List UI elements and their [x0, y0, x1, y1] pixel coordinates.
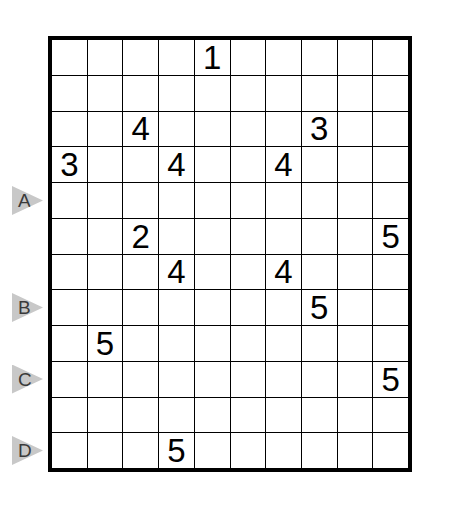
- clue-cell: 4: [123, 112, 158, 147]
- grid-cell[interactable]: [52, 219, 87, 254]
- row-marker-A: A: [12, 186, 43, 215]
- grid-cell[interactable]: [302, 326, 337, 361]
- grid-cell[interactable]: [373, 326, 408, 361]
- grid-cell[interactable]: [195, 112, 230, 147]
- grid-cell[interactable]: [373, 433, 408, 468]
- grid-cell[interactable]: [52, 112, 87, 147]
- grid-cell[interactable]: [231, 290, 266, 325]
- grid-cell[interactable]: [52, 433, 87, 468]
- grid-cell[interactable]: [338, 398, 373, 433]
- row-marker-label: D: [18, 441, 32, 460]
- grid-cell[interactable]: [302, 433, 337, 468]
- grid-cell[interactable]: [338, 76, 373, 111]
- grid-cell[interactable]: [123, 255, 158, 290]
- grid-cell[interactable]: [231, 362, 266, 397]
- grid-cell[interactable]: [302, 183, 337, 218]
- clue-cell: 5: [302, 290, 337, 325]
- grid-cell[interactable]: [123, 362, 158, 397]
- grid-cell[interactable]: [302, 255, 337, 290]
- grid-cell[interactable]: [88, 40, 123, 75]
- clue-cell: 5: [373, 219, 408, 254]
- clue-cell: 3: [302, 112, 337, 147]
- grid-cell[interactable]: [159, 219, 194, 254]
- grid-cell[interactable]: [195, 76, 230, 111]
- clue-cell: 4: [159, 147, 194, 182]
- grid-cell[interactable]: [52, 76, 87, 111]
- grid-cell[interactable]: [302, 398, 337, 433]
- grid-cell[interactable]: [231, 255, 266, 290]
- row-marker-label: C: [18, 370, 32, 389]
- grid-cell[interactable]: [373, 76, 408, 111]
- grid-cell[interactable]: [373, 255, 408, 290]
- grid-cell[interactable]: [88, 398, 123, 433]
- puzzle-page: 14334425445555 ABCD: [0, 0, 461, 511]
- grid-cell[interactable]: [123, 290, 158, 325]
- grid-cell[interactable]: [302, 147, 337, 182]
- clue-cell: 3: [52, 147, 87, 182]
- grid-cell[interactable]: [52, 40, 87, 75]
- grid-cell[interactable]: [231, 112, 266, 147]
- grid-cell[interactable]: [195, 147, 230, 182]
- grid-cell[interactable]: [159, 40, 194, 75]
- grid-cell[interactable]: [266, 433, 301, 468]
- clue-cell: 1: [195, 40, 230, 75]
- row-marker-label: B: [18, 298, 31, 317]
- grid-cell[interactable]: [159, 326, 194, 361]
- grid-cell[interactable]: [123, 183, 158, 218]
- grid-cell[interactable]: [195, 398, 230, 433]
- grid-cell[interactable]: [88, 362, 123, 397]
- grid-cell[interactable]: [373, 112, 408, 147]
- grid-cell[interactable]: [231, 219, 266, 254]
- grid-cell[interactable]: [52, 326, 87, 361]
- clue-cell: 4: [266, 147, 301, 182]
- grid-cell[interactable]: [88, 183, 123, 218]
- grid-cell[interactable]: [302, 219, 337, 254]
- grid-cell[interactable]: [159, 398, 194, 433]
- grid-cell[interactable]: [123, 40, 158, 75]
- grid-cell[interactable]: [338, 290, 373, 325]
- grid-cell[interactable]: [338, 219, 373, 254]
- grid-cell[interactable]: [373, 183, 408, 218]
- grid-cell[interactable]: [373, 40, 408, 75]
- grid-cell[interactable]: [231, 40, 266, 75]
- grid-cell[interactable]: [195, 290, 230, 325]
- grid-cell[interactable]: [338, 362, 373, 397]
- clue-cell: 5: [88, 326, 123, 361]
- grid-cell[interactable]: [373, 147, 408, 182]
- grid-cell[interactable]: [52, 255, 87, 290]
- grid-cell[interactable]: [266, 40, 301, 75]
- grid-cell[interactable]: [266, 290, 301, 325]
- grid-cell[interactable]: [52, 362, 87, 397]
- grid-cell[interactable]: [338, 183, 373, 218]
- grid-cell[interactable]: [195, 183, 230, 218]
- row-marker-label: A: [18, 191, 31, 210]
- grid-cell[interactable]: [195, 362, 230, 397]
- grid-cell[interactable]: [231, 76, 266, 111]
- grid-cell[interactable]: [52, 398, 87, 433]
- grid-cell[interactable]: [302, 40, 337, 75]
- grid-cell[interactable]: [159, 362, 194, 397]
- puzzle-grid: 14334425445555: [48, 36, 412, 472]
- grid-cell[interactable]: [52, 183, 87, 218]
- grid-cell[interactable]: [88, 433, 123, 468]
- grid-cell[interactable]: [266, 219, 301, 254]
- grid-cell[interactable]: [373, 290, 408, 325]
- grid-cell[interactable]: [88, 76, 123, 111]
- grid-cell[interactable]: [88, 112, 123, 147]
- grid-cell[interactable]: [231, 326, 266, 361]
- grid-cell[interactable]: [302, 362, 337, 397]
- grid-cell[interactable]: [266, 112, 301, 147]
- grid-cell[interactable]: [231, 433, 266, 468]
- grid-cell[interactable]: [338, 112, 373, 147]
- grid-cell[interactable]: [266, 326, 301, 361]
- clue-cell: 2: [123, 219, 158, 254]
- grid-cell[interactable]: [195, 433, 230, 468]
- grid-cell[interactable]: [302, 76, 337, 111]
- grid-cell[interactable]: [338, 433, 373, 468]
- grid-cell[interactable]: [159, 112, 194, 147]
- grid-cell[interactable]: [159, 290, 194, 325]
- grid-cell[interactable]: [231, 147, 266, 182]
- grid-cell[interactable]: [88, 147, 123, 182]
- grid-cell[interactable]: [338, 255, 373, 290]
- grid-cell[interactable]: [195, 326, 230, 361]
- grid-cell[interactable]: [231, 398, 266, 433]
- grid-cell[interactable]: [338, 147, 373, 182]
- grid-cell[interactable]: [373, 398, 408, 433]
- grid-cell[interactable]: [266, 398, 301, 433]
- grid-cell[interactable]: [123, 398, 158, 433]
- grid-cell[interactable]: [88, 219, 123, 254]
- grid-cell[interactable]: [338, 40, 373, 75]
- grid-cell[interactable]: [231, 183, 266, 218]
- grid-cell[interactable]: [159, 183, 194, 218]
- grid-cell[interactable]: [195, 219, 230, 254]
- grid-cell[interactable]: [338, 326, 373, 361]
- grid-cell[interactable]: [52, 290, 87, 325]
- grid-cell[interactable]: [266, 183, 301, 218]
- row-marker-D: D: [12, 436, 43, 465]
- grid-cell[interactable]: [266, 76, 301, 111]
- grid-cell[interactable]: [195, 255, 230, 290]
- grid-cell[interactable]: [123, 326, 158, 361]
- clue-cell: 4: [266, 255, 301, 290]
- grid-cell[interactable]: [123, 147, 158, 182]
- grid-cell[interactable]: [123, 76, 158, 111]
- clue-cell: 5: [159, 433, 194, 468]
- grid-cell[interactable]: [123, 433, 158, 468]
- clue-cell: 4: [159, 255, 194, 290]
- row-marker-C: C: [12, 365, 43, 394]
- grid-cell[interactable]: [266, 362, 301, 397]
- clue-cell: 5: [373, 362, 408, 397]
- grid-cell[interactable]: [88, 255, 123, 290]
- row-marker-B: B: [12, 293, 43, 322]
- grid-cell[interactable]: [88, 290, 123, 325]
- grid-cell[interactable]: [159, 76, 194, 111]
